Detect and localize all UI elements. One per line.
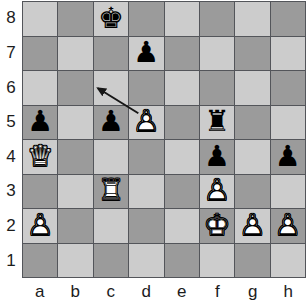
rank-label-5: 5: [0, 105, 22, 140]
square-d8[interactable]: [129, 2, 163, 36]
piece-outline-glyph: ♙: [204, 176, 230, 205]
square-h2[interactable]: ♟♙: [271, 209, 305, 243]
square-b2[interactable]: [58, 209, 92, 243]
piece-white-pawn[interactable]: ♟♙: [235, 209, 269, 243]
square-c1[interactable]: [94, 244, 128, 278]
square-e6[interactable]: [165, 71, 199, 105]
file-label-h: h: [271, 277, 307, 306]
square-g6[interactable]: [235, 71, 269, 105]
rank-label-2: 2: [0, 209, 22, 244]
chess-diagram: ♚♟♟♟♟♙♜♛♕♟♟♜♖♟♙♟♙♚♔♟♙♟♙ 87654321 abcdefg…: [0, 0, 306, 306]
square-b4[interactable]: [58, 140, 92, 174]
piece-outline-glyph: ♙: [133, 107, 159, 136]
piece-outline-glyph: ♕: [27, 141, 53, 170]
piece-white-pawn[interactable]: ♟♙: [129, 106, 163, 140]
square-g1[interactable]: [235, 244, 269, 278]
file-label-b: b: [58, 277, 94, 306]
square-e2[interactable]: [165, 209, 199, 243]
square-f1[interactable]: [200, 244, 234, 278]
file-label-a: a: [22, 277, 58, 306]
piece-glyph: ♟: [27, 107, 53, 136]
square-h5[interactable]: [271, 106, 305, 140]
square-h4[interactable]: ♟: [271, 140, 305, 174]
piece-glyph: ♟: [204, 141, 230, 170]
rank-label-3: 3: [0, 174, 22, 209]
square-h7[interactable]: [271, 37, 305, 71]
piece-black-pawn[interactable]: ♟: [200, 140, 234, 174]
rank-label-4: 4: [0, 140, 22, 175]
rank-label-6: 6: [0, 70, 22, 105]
square-d2[interactable]: [129, 209, 163, 243]
square-a7[interactable]: [23, 37, 57, 71]
square-e4[interactable]: [165, 140, 199, 174]
piece-black-pawn[interactable]: ♟: [271, 140, 305, 174]
square-h6[interactable]: [271, 71, 305, 105]
chess-board: ♚♟♟♟♟♙♜♛♕♟♟♜♖♟♙♟♙♚♔♟♙♟♙: [22, 1, 306, 278]
square-e3[interactable]: [165, 175, 199, 209]
square-e1[interactable]: [165, 244, 199, 278]
square-h1[interactable]: [271, 244, 305, 278]
square-b6[interactable]: [58, 71, 92, 105]
file-label-d: d: [129, 277, 165, 306]
piece-glyph: ♚: [98, 3, 124, 32]
square-d6[interactable]: [129, 71, 163, 105]
square-f8[interactable]: [200, 2, 234, 36]
square-e5[interactable]: [165, 106, 199, 140]
square-a1[interactable]: [23, 244, 57, 278]
piece-white-pawn[interactable]: ♟♙: [200, 175, 234, 209]
square-c7[interactable]: [94, 37, 128, 71]
piece-outline-glyph: ♙: [275, 210, 301, 239]
piece-outline-glyph: ♙: [239, 210, 265, 239]
file-label-f: f: [200, 277, 236, 306]
square-a6[interactable]: [23, 71, 57, 105]
square-g8[interactable]: [235, 2, 269, 36]
square-f5[interactable]: ♜: [200, 106, 234, 140]
square-d1[interactable]: [129, 244, 163, 278]
piece-black-rook[interactable]: ♜: [200, 106, 234, 140]
square-f6[interactable]: [200, 71, 234, 105]
rank-label-8: 8: [0, 1, 22, 36]
piece-glyph: ♟: [98, 107, 124, 136]
rank-labels: 87654321: [0, 1, 22, 278]
square-f4[interactable]: ♟: [200, 140, 234, 174]
square-g3[interactable]: [235, 175, 269, 209]
piece-black-pawn[interactable]: ♟: [23, 106, 57, 140]
square-e8[interactable]: [165, 2, 199, 36]
square-f2[interactable]: ♚♔: [200, 209, 234, 243]
piece-outline-glyph: ♔: [204, 210, 230, 239]
square-b7[interactable]: [58, 37, 92, 71]
square-b8[interactable]: [58, 2, 92, 36]
piece-white-pawn[interactable]: ♟♙: [271, 209, 305, 243]
piece-outline-glyph: ♖: [98, 176, 124, 205]
rank-label-1: 1: [0, 243, 22, 278]
square-a2[interactable]: ♟♙: [23, 209, 57, 243]
square-a3[interactable]: [23, 175, 57, 209]
file-label-g: g: [235, 277, 271, 306]
square-d7[interactable]: ♟: [129, 37, 163, 71]
square-a5[interactable]: ♟: [23, 106, 57, 140]
file-label-e: e: [164, 277, 200, 306]
file-label-c: c: [93, 277, 129, 306]
square-b3[interactable]: [58, 175, 92, 209]
square-f7[interactable]: [200, 37, 234, 71]
piece-outline-glyph: ♙: [27, 210, 53, 239]
square-g2[interactable]: ♟♙: [235, 209, 269, 243]
square-c5[interactable]: ♟: [94, 106, 128, 140]
square-c3[interactable]: ♜♖: [94, 175, 128, 209]
rank-label-7: 7: [0, 36, 22, 71]
piece-black-pawn[interactable]: ♟: [129, 37, 163, 71]
piece-white-pawn[interactable]: ♟♙: [23, 209, 57, 243]
square-a4[interactable]: ♛♕: [23, 140, 57, 174]
piece-glyph: ♟: [133, 38, 159, 67]
piece-black-king[interactable]: ♚: [94, 2, 128, 36]
square-a8[interactable]: [23, 2, 57, 36]
piece-glyph: ♜: [204, 107, 230, 136]
piece-white-king[interactable]: ♚♔: [200, 209, 234, 243]
square-g5[interactable]: [235, 106, 269, 140]
square-c8[interactable]: ♚: [94, 2, 128, 36]
square-d4[interactable]: [129, 140, 163, 174]
square-d5[interactable]: ♟♙: [129, 106, 163, 140]
square-h3[interactable]: [271, 175, 305, 209]
square-c4[interactable]: [94, 140, 128, 174]
square-f3[interactable]: ♟♙: [200, 175, 234, 209]
square-c2[interactable]: [94, 209, 128, 243]
square-b1[interactable]: [58, 244, 92, 278]
piece-white-rook[interactable]: ♜♖: [94, 175, 128, 209]
square-b5[interactable]: [58, 106, 92, 140]
piece-glyph: ♟: [275, 141, 301, 170]
piece-black-pawn[interactable]: ♟: [94, 106, 128, 140]
file-labels: abcdefgh: [22, 277, 306, 306]
square-e7[interactable]: [165, 37, 199, 71]
square-g4[interactable]: [235, 140, 269, 174]
square-h8[interactable]: [271, 2, 305, 36]
piece-white-queen[interactable]: ♛♕: [23, 140, 57, 174]
square-g7[interactable]: [235, 37, 269, 71]
square-d3[interactable]: [129, 175, 163, 209]
square-c6[interactable]: [94, 71, 128, 105]
